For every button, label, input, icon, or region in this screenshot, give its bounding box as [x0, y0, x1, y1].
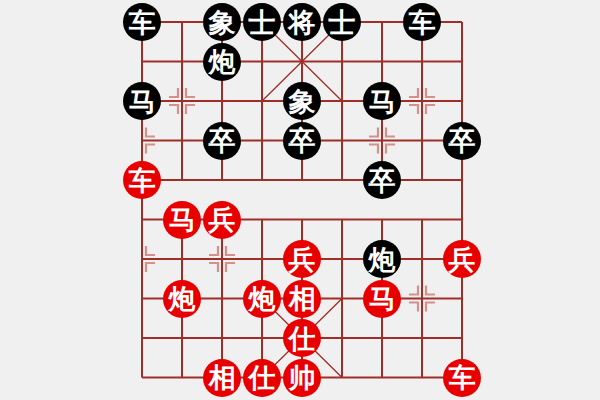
piece-black-horse[interactable]: 马 — [363, 82, 401, 120]
piece-red-advisor[interactable]: 仕 — [243, 359, 281, 397]
piece-red-advisor[interactable]: 仕 — [283, 319, 321, 357]
piece-black-chariot[interactable]: 车 — [403, 3, 441, 41]
piece-black-elephant[interactable]: 象 — [283, 82, 321, 120]
piece-red-elephant[interactable]: 相 — [203, 359, 241, 397]
piece-red-pawn[interactable]: 兵 — [283, 240, 321, 278]
piece-red-cannon[interactable]: 炮 — [243, 280, 281, 318]
piece-red-general[interactable]: 帅 — [283, 359, 321, 397]
piece-black-pawn[interactable]: 卒 — [203, 122, 241, 160]
piece-red-pawn[interactable]: 兵 — [443, 240, 481, 278]
piece-black-general[interactable]: 将 — [283, 3, 321, 41]
piece-black-elephant[interactable]: 象 — [203, 3, 241, 41]
piece-black-cannon[interactable]: 炮 — [203, 43, 241, 81]
piece-red-pawn[interactable]: 兵 — [203, 201, 241, 239]
piece-black-cannon[interactable]: 炮 — [363, 240, 401, 278]
piece-black-advisor[interactable]: 士 — [323, 3, 361, 41]
xiangqi-board[interactable]: 车象士将士车炮马象马卒卒卒车卒马兵兵炮兵炮炮相马仕相仕帅车 — [0, 0, 600, 400]
piece-red-chariot[interactable]: 车 — [443, 359, 481, 397]
piece-black-advisor[interactable]: 士 — [243, 3, 281, 41]
piece-black-horse[interactable]: 马 — [123, 82, 161, 120]
piece-black-chariot[interactable]: 车 — [123, 3, 161, 41]
piece-red-horse[interactable]: 马 — [163, 201, 201, 239]
piece-red-horse[interactable]: 马 — [363, 280, 401, 318]
piece-black-pawn[interactable]: 卒 — [363, 161, 401, 199]
piece-black-pawn[interactable]: 卒 — [283, 122, 321, 160]
piece-red-cannon[interactable]: 炮 — [163, 280, 201, 318]
piece-black-pawn[interactable]: 卒 — [443, 122, 481, 160]
piece-red-chariot[interactable]: 车 — [123, 161, 161, 199]
piece-red-elephant[interactable]: 相 — [283, 280, 321, 318]
